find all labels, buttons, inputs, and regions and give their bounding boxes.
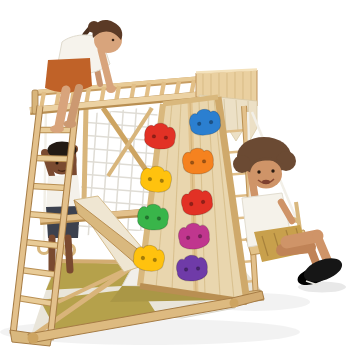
- product-photo: [0, 0, 350, 350]
- jungle-gym-illustration: [0, 0, 350, 350]
- boy-on-swing: [233, 137, 345, 289]
